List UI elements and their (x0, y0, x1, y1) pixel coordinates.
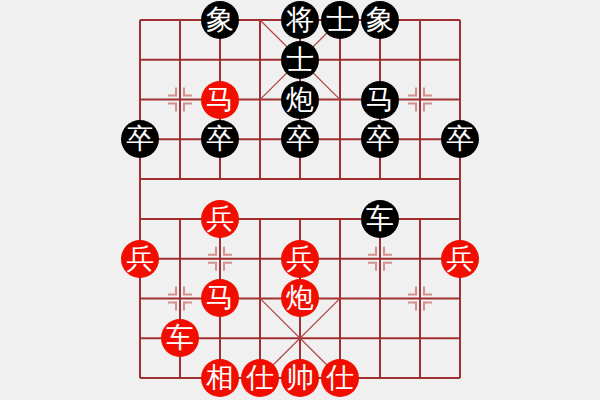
piece-red-chariot[interactable]: 车 (161, 319, 199, 357)
piece-red-soldier[interactable]: 兵 (281, 240, 319, 278)
piece-red-soldier[interactable]: 兵 (121, 240, 159, 278)
piece-black-general[interactable]: 将 (281, 1, 319, 39)
piece-black-chariot[interactable]: 车 (361, 200, 399, 238)
piece-red-cannon[interactable]: 炮 (281, 279, 319, 317)
piece-red-horse[interactable]: 马 (201, 279, 239, 317)
piece-red-general[interactable]: 帅 (281, 359, 319, 397)
piece-red-advisor[interactable]: 仕 (241, 359, 279, 397)
piece-black-elephant[interactable]: 象 (361, 1, 399, 39)
piece-red-soldier[interactable]: 兵 (441, 240, 479, 278)
piece-layer: 象将士象士马炮马卒卒卒卒卒兵车兵兵兵马炮车相仕帅仕 (120, 0, 480, 398)
piece-red-horse[interactable]: 马 (201, 81, 239, 119)
piece-black-soldier[interactable]: 卒 (201, 120, 239, 158)
piece-red-advisor[interactable]: 仕 (321, 359, 359, 397)
piece-red-elephant[interactable]: 相 (201, 359, 239, 397)
xiangqi-board[interactable]: 象将士象士马炮马卒卒卒卒卒兵车兵兵兵马炮车相仕帅仕 (140, 20, 460, 378)
piece-black-advisor[interactable]: 士 (281, 41, 319, 79)
piece-black-soldier[interactable]: 卒 (281, 120, 319, 158)
piece-black-soldier[interactable]: 卒 (121, 120, 159, 158)
app-background: 象将士象士马炮马卒卒卒卒卒兵车兵兵兵马炮车相仕帅仕 (0, 0, 600, 400)
piece-black-cannon[interactable]: 炮 (281, 81, 319, 119)
piece-red-soldier[interactable]: 兵 (201, 200, 239, 238)
piece-black-elephant[interactable]: 象 (201, 1, 239, 39)
piece-black-horse[interactable]: 马 (361, 81, 399, 119)
piece-black-soldier[interactable]: 卒 (441, 120, 479, 158)
piece-black-soldier[interactable]: 卒 (361, 120, 399, 158)
piece-black-advisor[interactable]: 士 (321, 1, 359, 39)
